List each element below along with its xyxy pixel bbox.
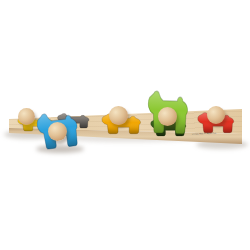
wooden-peg-green-piece [158, 107, 177, 126]
wooden-peg-red-piece [207, 106, 225, 124]
wooden-peg-yellow-piece [18, 108, 35, 125]
wooden-peg-blue-piece [48, 122, 67, 141]
product-photo-scene: Lovingly Made for Bigjigs Toys [0, 0, 250, 250]
wooden-peg-orange-piece [109, 106, 128, 125]
